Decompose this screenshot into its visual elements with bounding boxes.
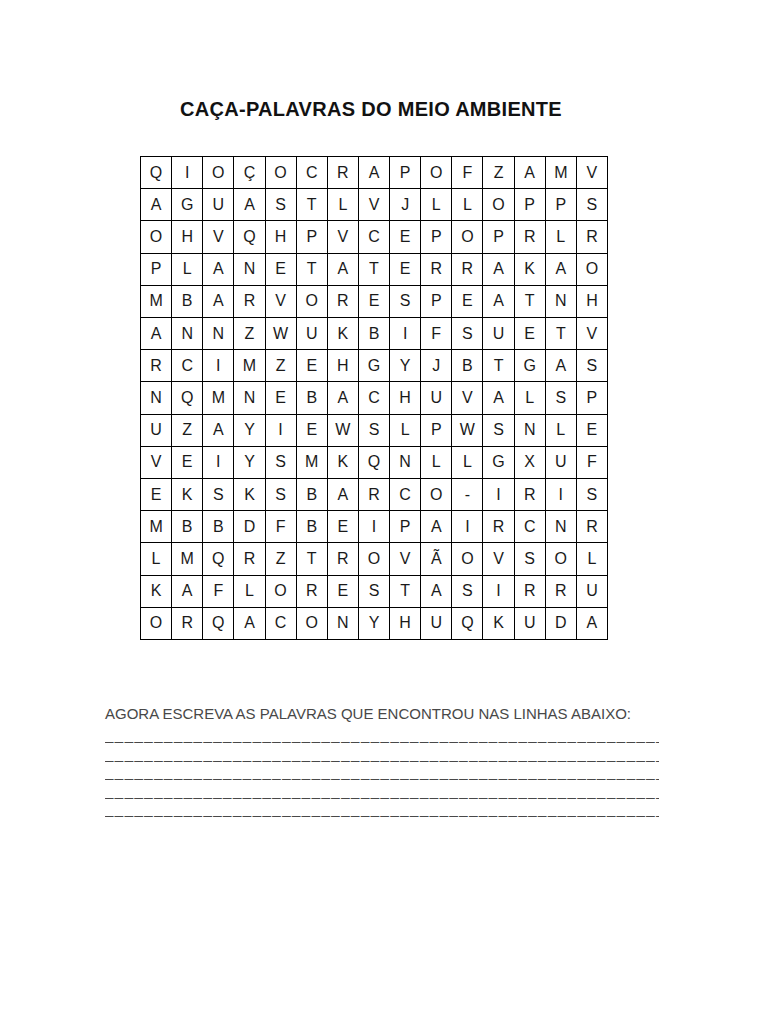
grid-cell-r11c6[interactable]: B [297, 479, 327, 510]
grid-cell-r14c6[interactable]: R [297, 576, 327, 607]
grid-cell-r11c2[interactable]: K [172, 479, 202, 510]
grid-cell-r12c6[interactable]: B [297, 511, 327, 542]
grid-cell-r6c12[interactable]: U [483, 318, 513, 349]
answer-line-4[interactable]: ________________________________________… [105, 782, 659, 801]
answer-lines: ________________________________________… [105, 726, 659, 819]
grid-cell-r6c11[interactable]: S [452, 318, 482, 349]
word-search-grid: QIOÇOCRAPOFZAMVAGUASTLVJLLOPPSOHVQHPVCEP… [140, 156, 608, 640]
grid-cell-r14c11[interactable]: S [452, 576, 482, 607]
grid-cell-r9c5[interactable]: I [266, 415, 296, 446]
grid-cell-r8c5[interactable]: E [266, 382, 296, 413]
grid-cell-r8c8[interactable]: C [359, 382, 389, 413]
grid-cell-r7c3[interactable]: I [203, 350, 233, 381]
grid-cell-r15c3[interactable]: Q [203, 608, 233, 639]
grid-cell-r3c10[interactable]: P [421, 221, 451, 252]
grid-cell-r14c1[interactable]: K [141, 576, 171, 607]
grid-cell-r3c11[interactable]: O [452, 221, 482, 252]
grid-cell-r12c10[interactable]: A [421, 511, 451, 542]
grid-cell-r8c6[interactable]: B [297, 382, 327, 413]
grid-cell-r2c10[interactable]: L [421, 189, 451, 220]
grid-cell-r6c8[interactable]: B [359, 318, 389, 349]
grid-cell-r11c8[interactable]: R [359, 479, 389, 510]
grid-cell-r2c14[interactable]: P [546, 189, 576, 220]
grid-cell-r10c3[interactable]: I [203, 447, 233, 478]
grid-cell-r11c5[interactable]: S [266, 479, 296, 510]
grid-cell-r10c9[interactable]: N [390, 447, 420, 478]
grid-cell-r10c4[interactable]: Y [234, 447, 264, 478]
grid-cell-r8c10[interactable]: U [421, 382, 451, 413]
grid-cell-r13c6[interactable]: T [297, 543, 327, 574]
grid-cell-r15c5[interactable]: C [266, 608, 296, 639]
grid-cell-r4c4[interactable]: N [234, 254, 264, 285]
grid-cell-r15c4[interactable]: A [234, 608, 264, 639]
grid-cell-r12c4[interactable]: D [234, 511, 264, 542]
grid-cell-r1c5[interactable]: O [266, 157, 296, 188]
grid-cell-r6c9[interactable]: I [390, 318, 420, 349]
grid-cell-r1c12[interactable]: Z [483, 157, 513, 188]
grid-cell-r9c6[interactable]: E [297, 415, 327, 446]
grid-cell-r15c11[interactable]: Q [452, 608, 482, 639]
grid-cell-r15c12[interactable]: K [483, 608, 513, 639]
grid-cell-r1c2[interactable]: I [172, 157, 202, 188]
grid-cell-r7c5[interactable]: Z [266, 350, 296, 381]
grid-cell-r8c11[interactable]: V [452, 382, 482, 413]
grid-cell-r11c13[interactable]: R [515, 479, 545, 510]
grid-cell-r8c3[interactable]: M [203, 382, 233, 413]
grid-cell-r12c8[interactable]: I [359, 511, 389, 542]
grid-cell-r6c4[interactable]: Z [234, 318, 264, 349]
page-title: CAÇA-PALAVRAS DO MEIO AMBIENTE [0, 98, 742, 121]
grid-cell-r6c2[interactable]: N [172, 318, 202, 349]
grid-cell-r14c15[interactable]: U [577, 576, 607, 607]
grid-cell-r7c7[interactable]: H [328, 350, 358, 381]
grid-cell-r3c8[interactable]: C [359, 221, 389, 252]
grid-cell-r6c14[interactable]: T [546, 318, 576, 349]
grid-cell-r4c12[interactable]: A [483, 254, 513, 285]
grid-cell-r9c13[interactable]: N [515, 415, 545, 446]
grid-cell-r7c12[interactable]: T [483, 350, 513, 381]
answer-line-1[interactable]: ________________________________________… [105, 726, 659, 745]
grid-cell-r7c1[interactable]: R [141, 350, 171, 381]
grid-cell-r1c14[interactable]: M [546, 157, 576, 188]
grid-cell-r15c10[interactable]: U [421, 608, 451, 639]
grid-cell-r11c7[interactable]: A [328, 479, 358, 510]
grid-cell-r15c15[interactable]: A [577, 608, 607, 639]
grid-cell-r8c9[interactable]: H [390, 382, 420, 413]
grid-cell-r6c1[interactable]: A [141, 318, 171, 349]
grid-cell-r4c7[interactable]: A [328, 254, 358, 285]
grid-cell-r1c13[interactable]: A [515, 157, 545, 188]
grid-cell-r9c2[interactable]: Z [172, 415, 202, 446]
grid-cell-r7c13[interactable]: G [515, 350, 545, 381]
grid-cell-r13c2[interactable]: M [172, 543, 202, 574]
grid-cell-r15c2[interactable]: R [172, 608, 202, 639]
grid-cell-r12c12[interactable]: R [483, 511, 513, 542]
grid-cell-r8c14[interactable]: S [546, 382, 576, 413]
grid-cell-r4c9[interactable]: E [390, 254, 420, 285]
grid-cell-r5c15[interactable]: H [577, 286, 607, 317]
grid-cell-r11c1[interactable]: E [141, 479, 171, 510]
grid-cell-r14c5[interactable]: O [266, 576, 296, 607]
grid-cell-r3c2[interactable]: H [172, 221, 202, 252]
grid-cell-r11c4[interactable]: K [234, 479, 264, 510]
grid-cell-r4c13[interactable]: K [515, 254, 545, 285]
grid-cell-r1c7[interactable]: R [328, 157, 358, 188]
grid-cell-r15c13[interactable]: U [515, 608, 545, 639]
grid-cell-r7c10[interactable]: J [421, 350, 451, 381]
grid-cell-r3c13[interactable]: R [515, 221, 545, 252]
grid-cell-r4c2[interactable]: L [172, 254, 202, 285]
grid-cell-r10c13[interactable]: X [515, 447, 545, 478]
grid-cell-r13c9[interactable]: V [390, 543, 420, 574]
grid-cell-r3c3[interactable]: V [203, 221, 233, 252]
grid-cell-r2c9[interactable]: J [390, 189, 420, 220]
grid-cell-r5c12[interactable]: A [483, 286, 513, 317]
grid-cell-r13c4[interactable]: R [234, 543, 264, 574]
grid-cell-r1c4[interactable]: Ç [234, 157, 264, 188]
grid-cell-r15c7[interactable]: N [328, 608, 358, 639]
grid-cell-r10c7[interactable]: K [328, 447, 358, 478]
grid-cell-r4c10[interactable]: R [421, 254, 451, 285]
grid-cell-r4c1[interactable]: P [141, 254, 171, 285]
grid-cell-r14c12[interactable]: I [483, 576, 513, 607]
grid-cell-r14c4[interactable]: L [234, 576, 264, 607]
grid-cell-r3c1[interactable]: O [141, 221, 171, 252]
grid-cell-r13c13[interactable]: S [515, 543, 545, 574]
grid-cell-r1c15[interactable]: V [577, 157, 607, 188]
grid-cell-r4c3[interactable]: A [203, 254, 233, 285]
grid-cell-r2c13[interactable]: P [515, 189, 545, 220]
grid-cell-r4c6[interactable]: T [297, 254, 327, 285]
grid-cell-r14c9[interactable]: T [390, 576, 420, 607]
grid-cell-r4c8[interactable]: T [359, 254, 389, 285]
grid-cell-r2c7[interactable]: L [328, 189, 358, 220]
grid-cell-r5c8[interactable]: E [359, 286, 389, 317]
grid-cell-r9c8[interactable]: S [359, 415, 389, 446]
grid-cell-r13c3[interactable]: Q [203, 543, 233, 574]
grid-cell-r7c6[interactable]: E [297, 350, 327, 381]
grid-cell-r1c8[interactable]: A [359, 157, 389, 188]
grid-cell-r15c1[interactable]: O [141, 608, 171, 639]
grid-cell-r9c11[interactable]: W [452, 415, 482, 446]
grid-cell-r15c6[interactable]: O [297, 608, 327, 639]
grid-cell-r12c1[interactable]: M [141, 511, 171, 542]
grid-cell-r9c1[interactable]: U [141, 415, 171, 446]
grid-cell-r13c10[interactable]: Ã [421, 543, 451, 574]
grid-cell-r6c7[interactable]: K [328, 318, 358, 349]
grid-cell-r7c14[interactable]: A [546, 350, 576, 381]
grid-cell-r5c7[interactable]: R [328, 286, 358, 317]
grid-cell-r11c15[interactable]: S [577, 479, 607, 510]
grid-cell-r9c15[interactable]: E [577, 415, 607, 446]
grid-cell-r12c11[interactable]: I [452, 511, 482, 542]
grid-cell-r2c8[interactable]: V [359, 189, 389, 220]
grid-cell-r11c12[interactable]: I [483, 479, 513, 510]
grid-cell-r13c14[interactable]: O [546, 543, 576, 574]
grid-cell-r3c6[interactable]: P [297, 221, 327, 252]
grid-cell-r1c9[interactable]: P [390, 157, 420, 188]
grid-cell-r12c2[interactable]: B [172, 511, 202, 542]
grid-cell-r6c6[interactable]: U [297, 318, 327, 349]
grid-cell-r11c14[interactable]: I [546, 479, 576, 510]
grid-cell-r4c14[interactable]: A [546, 254, 576, 285]
grid-cell-r9c4[interactable]: Y [234, 415, 264, 446]
grid-cell-r9c14[interactable]: L [546, 415, 576, 446]
grid-cell-r2c4[interactable]: A [234, 189, 264, 220]
answer-line-5[interactable]: ________________________________________… [105, 800, 659, 819]
grid-cell-r12c15[interactable]: R [577, 511, 607, 542]
grid-cell-r3c7[interactable]: V [328, 221, 358, 252]
grid-cell-r13c8[interactable]: O [359, 543, 389, 574]
grid-cell-r4c5[interactable]: E [266, 254, 296, 285]
grid-cell-r8c15[interactable]: P [577, 382, 607, 413]
grid-cell-r8c12[interactable]: A [483, 382, 513, 413]
grid-cell-r5c2[interactable]: B [172, 286, 202, 317]
grid-cell-r13c7[interactable]: R [328, 543, 358, 574]
grid-cell-r14c14[interactable]: R [546, 576, 576, 607]
grid-cell-r10c12[interactable]: G [483, 447, 513, 478]
grid-cell-r3c15[interactable]: R [577, 221, 607, 252]
grid-cell-r2c2[interactable]: G [172, 189, 202, 220]
grid-cell-r9c3[interactable]: A [203, 415, 233, 446]
grid-cell-r13c1[interactable]: L [141, 543, 171, 574]
grid-cell-r14c8[interactable]: S [359, 576, 389, 607]
grid-cell-r3c4[interactable]: Q [234, 221, 264, 252]
grid-cell-r12c3[interactable]: B [203, 511, 233, 542]
grid-cell-r3c9[interactable]: E [390, 221, 420, 252]
grid-cell-r5c3[interactable]: A [203, 286, 233, 317]
grid-cell-r5c14[interactable]: N [546, 286, 576, 317]
grid-cell-r5c5[interactable]: V [266, 286, 296, 317]
grid-cell-r8c13[interactable]: L [515, 382, 545, 413]
grid-cell-r12c7[interactable]: E [328, 511, 358, 542]
grid-cell-r8c2[interactable]: Q [172, 382, 202, 413]
grid-cell-r10c6[interactable]: M [297, 447, 327, 478]
grid-cell-r15c8[interactable]: Y [359, 608, 389, 639]
grid-cell-r15c9[interactable]: H [390, 608, 420, 639]
grid-cell-r5c13[interactable]: T [515, 286, 545, 317]
grid-cell-r12c9[interactable]: P [390, 511, 420, 542]
grid-cell-r6c5[interactable]: W [266, 318, 296, 349]
grid-cell-r2c5[interactable]: S [266, 189, 296, 220]
grid-cell-r10c10[interactable]: L [421, 447, 451, 478]
instructions-text: AGORA ESCREVA AS PALAVRAS QUE ENCONTROU … [105, 705, 631, 722]
answer-line-2[interactable]: ________________________________________… [105, 745, 659, 764]
grid-cell-r11c11[interactable]: - [452, 479, 482, 510]
grid-cell-r1c6[interactable]: C [297, 157, 327, 188]
grid-cell-r7c2[interactable]: C [172, 350, 202, 381]
grid-cell-r4c15[interactable]: O [577, 254, 607, 285]
grid-cell-r2c1[interactable]: A [141, 189, 171, 220]
grid-cell-r5c1[interactable]: M [141, 286, 171, 317]
grid-cell-r13c11[interactable]: O [452, 543, 482, 574]
grid-cell-r6c3[interactable]: N [203, 318, 233, 349]
grid-cell-r5c10[interactable]: P [421, 286, 451, 317]
grid-cell-r12c14[interactable]: N [546, 511, 576, 542]
grid-cell-r2c6[interactable]: T [297, 189, 327, 220]
grid-cell-r10c11[interactable]: L [452, 447, 482, 478]
grid-cell-r14c2[interactable]: A [172, 576, 202, 607]
grid-cell-r3c14[interactable]: L [546, 221, 576, 252]
grid-cell-r3c5[interactable]: H [266, 221, 296, 252]
grid-cell-r15c14[interactable]: D [546, 608, 576, 639]
grid-cell-r12c13[interactable]: C [515, 511, 545, 542]
grid-cell-r9c10[interactable]: P [421, 415, 451, 446]
grid-cell-r13c15[interactable]: L [577, 543, 607, 574]
grid-cell-r9c7[interactable]: W [328, 415, 358, 446]
grid-cell-r3c12[interactable]: P [483, 221, 513, 252]
grid-cell-r11c9[interactable]: C [390, 479, 420, 510]
grid-cell-r10c8[interactable]: Q [359, 447, 389, 478]
grid-cell-r10c1[interactable]: V [141, 447, 171, 478]
grid-cell-r6c13[interactable]: E [515, 318, 545, 349]
grid-cell-r1c3[interactable]: O [203, 157, 233, 188]
answer-line-3[interactable]: ________________________________________… [105, 763, 659, 782]
grid-cell-r2c15[interactable]: S [577, 189, 607, 220]
grid-cell-r2c12[interactable]: O [483, 189, 513, 220]
grid-cell-r8c7[interactable]: A [328, 382, 358, 413]
grid-cell-r1c1[interactable]: Q [141, 157, 171, 188]
grid-cell-r1c10[interactable]: O [421, 157, 451, 188]
grid-cell-r9c9[interactable]: L [390, 415, 420, 446]
grid-cell-r4c11[interactable]: R [452, 254, 482, 285]
grid-cell-r14c3[interactable]: F [203, 576, 233, 607]
grid-cell-r13c5[interactable]: Z [266, 543, 296, 574]
grid-cell-r2c3[interactable]: U [203, 189, 233, 220]
grid-cell-r11c10[interactable]: O [421, 479, 451, 510]
grid-cell-r11c3[interactable]: S [203, 479, 233, 510]
grid-cell-r6c15[interactable]: V [577, 318, 607, 349]
grid-cell-r5c4[interactable]: R [234, 286, 264, 317]
grid-cell-r7c15[interactable]: S [577, 350, 607, 381]
grid-cell-r10c15[interactable]: F [577, 447, 607, 478]
grid-cell-r7c4[interactable]: M [234, 350, 264, 381]
grid-cell-r14c13[interactable]: R [515, 576, 545, 607]
worksheet-page: CAÇA-PALAVRAS DO MEIO AMBIENTE QIOÇOCRAP… [0, 0, 768, 1024]
grid-cell-r12c5[interactable]: F [266, 511, 296, 542]
grid-cell-r13c12[interactable]: V [483, 543, 513, 574]
grid-cell-r1c11[interactable]: F [452, 157, 482, 188]
grid-cell-r5c9[interactable]: S [390, 286, 420, 317]
grid-cell-r10c14[interactable]: U [546, 447, 576, 478]
grid-cell-r9c12[interactable]: S [483, 415, 513, 446]
grid-cell-r5c11[interactable]: E [452, 286, 482, 317]
grid-cell-r10c2[interactable]: E [172, 447, 202, 478]
grid-cell-r5c6[interactable]: O [297, 286, 327, 317]
grid-cell-r8c4[interactable]: N [234, 382, 264, 413]
grid-cell-r10c5[interactable]: S [266, 447, 296, 478]
grid-cell-r2c11[interactable]: L [452, 189, 482, 220]
grid-cell-r7c11[interactable]: B [452, 350, 482, 381]
grid-cell-r7c8[interactable]: G [359, 350, 389, 381]
grid-cell-r14c10[interactable]: A [421, 576, 451, 607]
grid-cell-r8c1[interactable]: N [141, 382, 171, 413]
grid-cell-r6c10[interactable]: F [421, 318, 451, 349]
grid-cell-r7c9[interactable]: Y [390, 350, 420, 381]
grid-cell-r14c7[interactable]: E [328, 576, 358, 607]
